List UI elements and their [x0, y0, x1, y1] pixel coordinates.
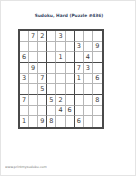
cell-r8c5: 4 — [56, 106, 65, 117]
cell-r4c1 — [20, 63, 29, 74]
cell-r1c4 — [47, 31, 56, 42]
cell-r9c7: 6 — [75, 116, 84, 127]
cell-r3c1: 6 — [20, 52, 29, 63]
cell-r8c6: 6 — [66, 106, 75, 117]
cell-r1c7 — [75, 31, 84, 42]
cell-r1c5: 3 — [56, 31, 65, 42]
cell-r9c2 — [29, 116, 38, 127]
cell-r7c5: 2 — [56, 95, 65, 106]
cell-r1c3: 2 — [38, 31, 47, 42]
cell-r2c5 — [56, 42, 65, 53]
cell-r7c7 — [75, 95, 84, 106]
cell-r4c6 — [66, 63, 75, 74]
printable-page: Sudoku, Hard (Puzzle #436) 7233961497337… — [0, 0, 136, 176]
cell-r5c5 — [56, 74, 65, 85]
cell-r3c2 — [29, 52, 38, 63]
cell-r6c9 — [93, 84, 102, 95]
cell-r9c3: 9 — [38, 116, 47, 127]
cell-r5c9: 6 — [93, 74, 102, 85]
cell-r7c1: 7 — [20, 95, 29, 106]
cell-r9c9 — [93, 116, 102, 127]
cell-r2c2 — [29, 42, 38, 53]
cell-r9c5 — [56, 116, 65, 127]
cell-r4c7: 7 — [75, 63, 84, 74]
cell-r4c3 — [38, 63, 47, 74]
cell-r6c1 — [20, 84, 29, 95]
cell-r9c6 — [66, 116, 75, 127]
cell-r2c6 — [66, 42, 75, 53]
cell-r6c6 — [66, 84, 75, 95]
cell-r2c8 — [84, 42, 93, 53]
cell-r5c6 — [66, 74, 75, 85]
cell-r3c9 — [93, 52, 102, 63]
cell-r5c1: 3 — [20, 74, 29, 85]
cell-r6c2 — [29, 84, 38, 95]
cell-r7c4: 5 — [47, 95, 56, 106]
cell-r9c4: 8 — [47, 116, 56, 127]
cell-r5c3: 7 — [38, 74, 47, 85]
cell-r1c6 — [66, 31, 75, 42]
cell-r3c6 — [66, 52, 75, 63]
cell-r3c8: 4 — [84, 52, 93, 63]
cell-r2c1 — [20, 42, 29, 53]
cell-r4c2: 9 — [29, 63, 38, 74]
cell-r1c8 — [84, 31, 93, 42]
cell-r2c3 — [38, 42, 47, 53]
cell-r6c8 — [84, 84, 93, 95]
cell-r3c5: 1 — [56, 52, 65, 63]
cell-r1c1 — [20, 31, 29, 42]
cell-r1c9 — [93, 31, 102, 42]
cell-r5c4 — [47, 74, 56, 85]
cell-r3c4 — [47, 52, 56, 63]
cell-r8c3 — [38, 106, 47, 117]
cell-r6c7 — [75, 84, 84, 95]
cell-r2c7: 3 — [75, 42, 84, 53]
cell-r3c3 — [38, 52, 47, 63]
cell-r8c4 — [47, 106, 56, 117]
footer-url: www.printmysudoku.com — [5, 165, 47, 169]
cell-r3c7 — [75, 52, 84, 63]
cell-r6c3: 5 — [38, 84, 47, 95]
cell-r8c7 — [75, 106, 84, 117]
cell-r7c8 — [84, 95, 93, 106]
sudoku-grid: 72339614973371657528461986 — [18, 29, 104, 129]
cell-r4c4 — [47, 63, 56, 74]
cell-r9c8 — [84, 116, 93, 127]
cell-r4c5 — [56, 63, 65, 74]
cell-r9c1: 1 — [20, 116, 29, 127]
cell-r7c6 — [66, 95, 75, 106]
cell-r5c2 — [29, 74, 38, 85]
cell-r1c2: 7 — [29, 31, 38, 42]
cell-r5c8 — [84, 74, 93, 85]
cell-r8c8 — [84, 106, 93, 117]
cell-r8c9 — [93, 106, 102, 117]
cell-r6c4 — [47, 84, 56, 95]
cell-r6c5 — [56, 84, 65, 95]
cell-r8c1 — [20, 106, 29, 117]
cell-r4c9 — [93, 63, 102, 74]
cell-r7c9: 8 — [93, 95, 102, 106]
puzzle-title: Sudoku, Hard (Puzzle #436) — [27, 13, 111, 18]
cell-r7c3 — [38, 95, 47, 106]
cell-r2c4 — [47, 42, 56, 53]
cell-r5c7: 1 — [75, 74, 84, 85]
cell-r4c8: 3 — [84, 63, 93, 74]
cell-r7c2 — [29, 95, 38, 106]
cell-r8c2 — [29, 106, 38, 117]
cell-r2c9: 9 — [93, 42, 102, 53]
